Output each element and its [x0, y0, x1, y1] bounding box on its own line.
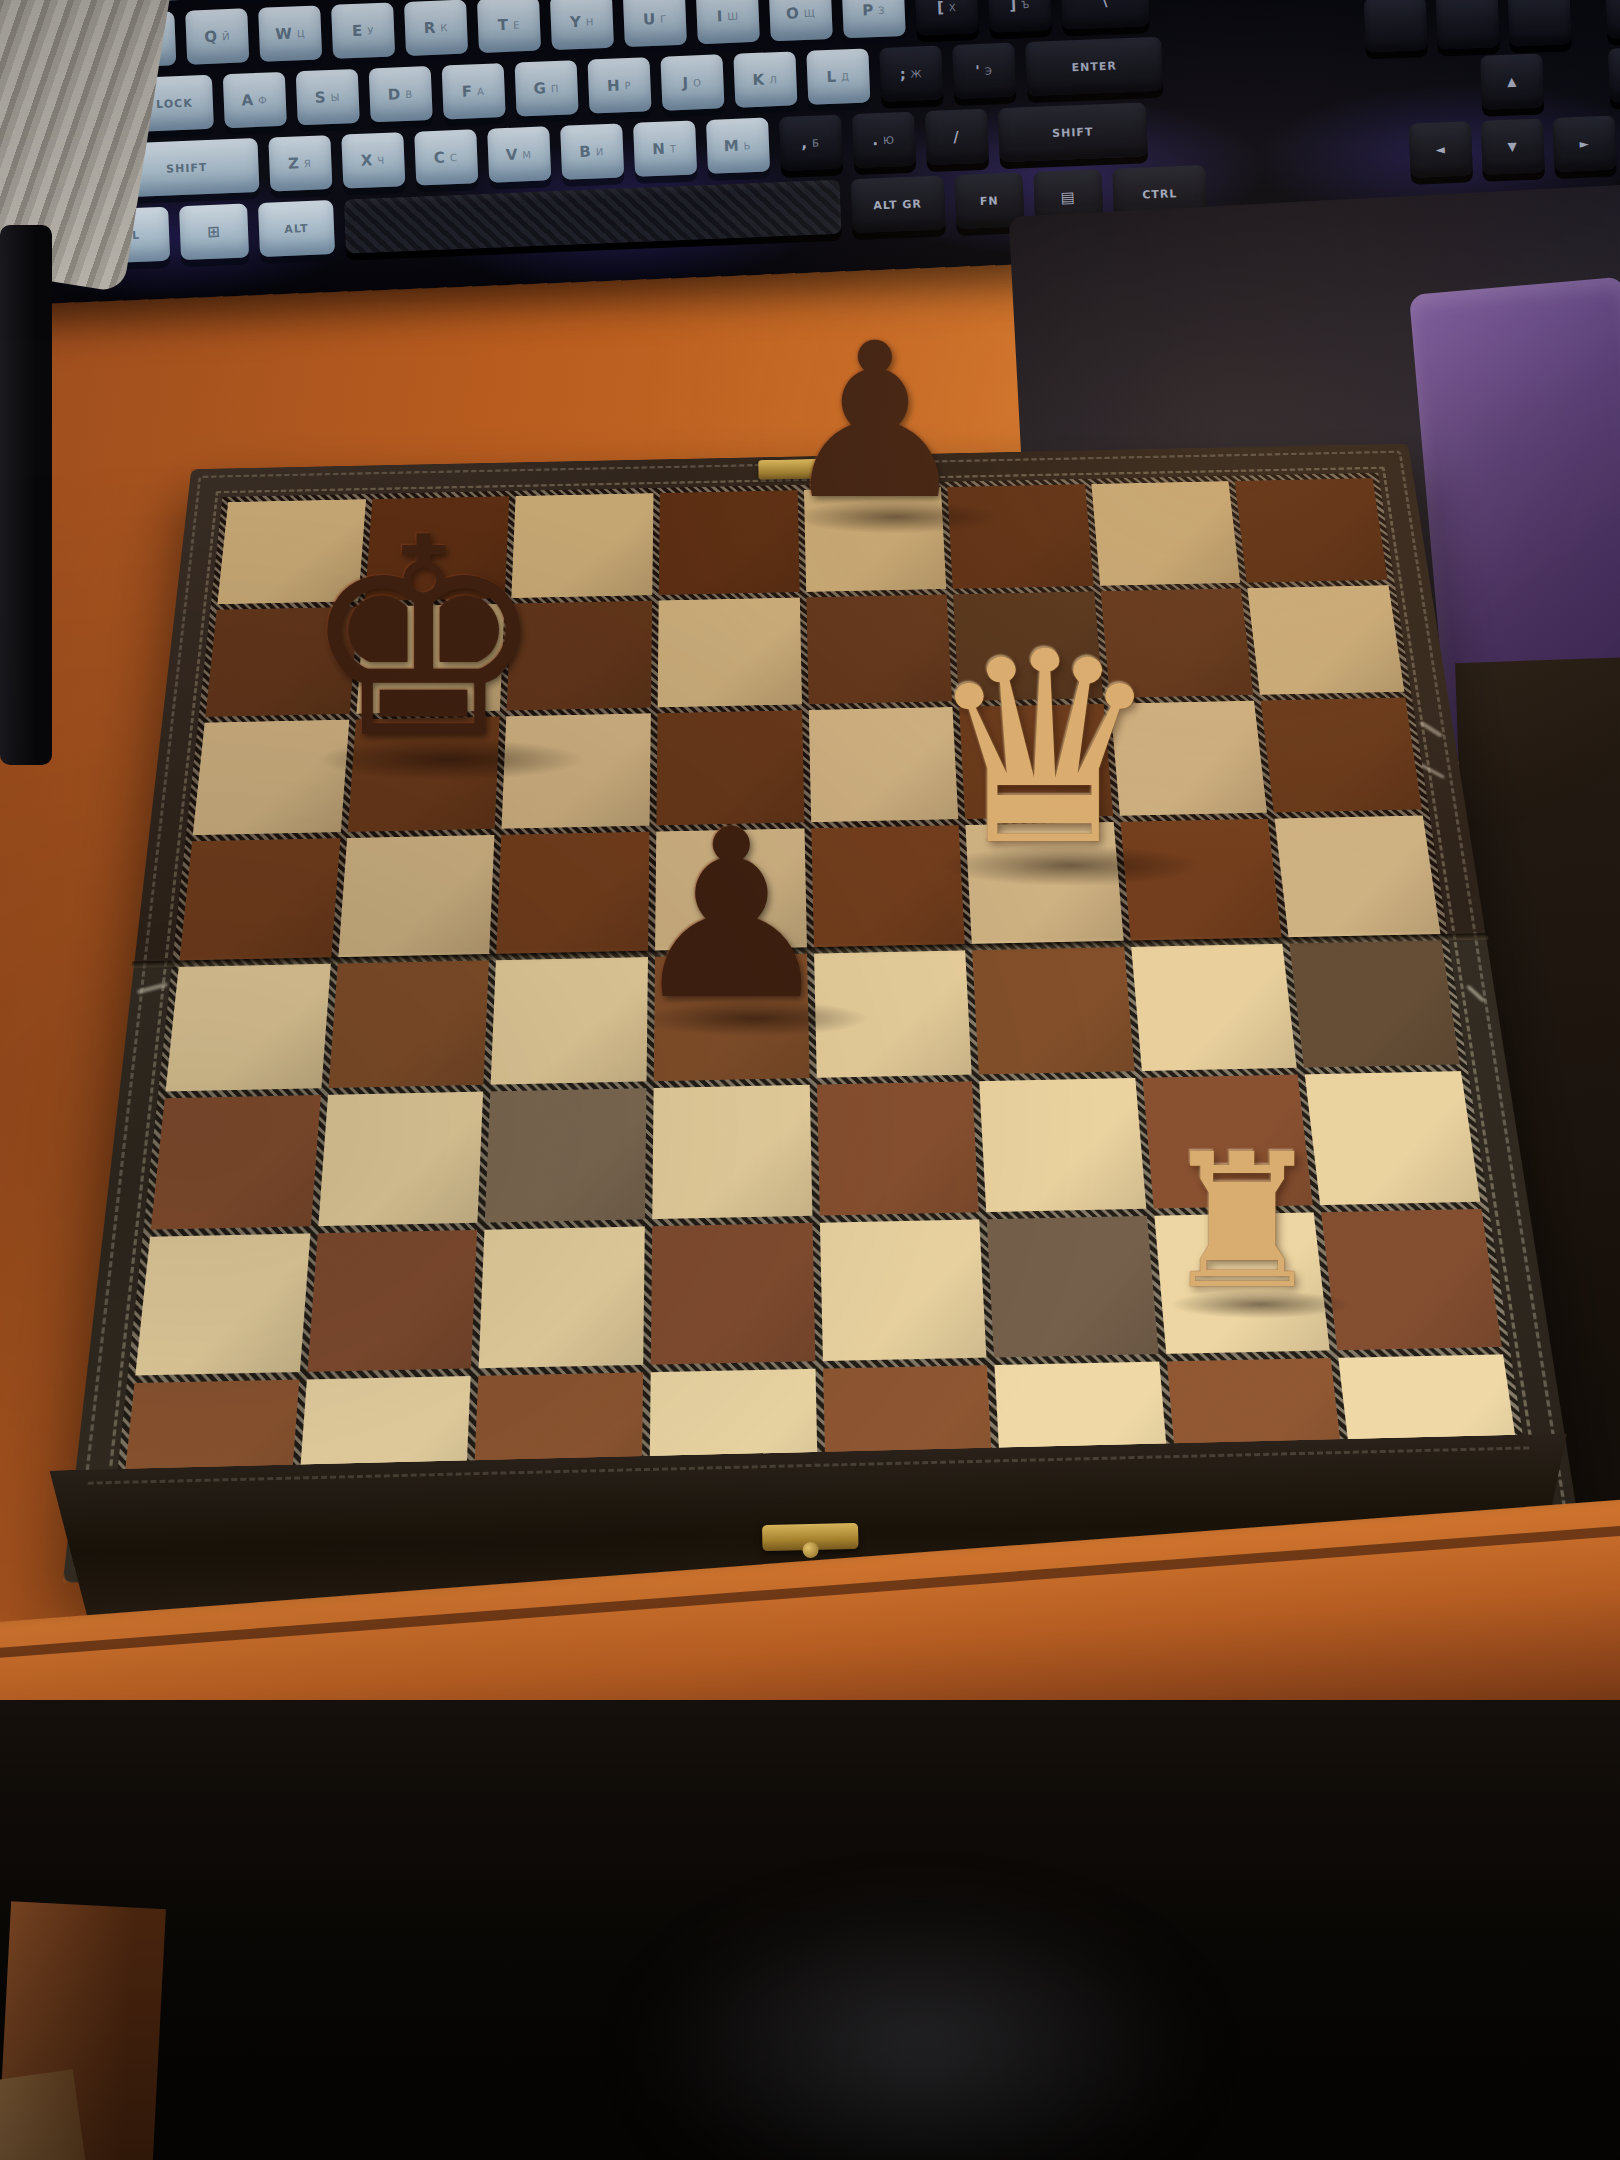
- key-label: R: [424, 19, 437, 37]
- white-queen[interactable]: ♛: [926, 624, 1164, 876]
- key-sublabel: Я: [304, 157, 312, 168]
- key-sublabel: Ш: [727, 10, 739, 21]
- keyboard-key--: /: [924, 109, 988, 165]
- key-label: \: [1102, 0, 1109, 10]
- key-label: ;: [899, 65, 907, 83]
- key-sublabel: Т: [670, 143, 678, 154]
- key-label: FN: [979, 194, 998, 208]
- keyboard-key-w: WЦ: [258, 5, 322, 61]
- key-label: [: [937, 0, 946, 17]
- key-sublabel: Ю: [883, 134, 895, 145]
- keyboard-key-m: MЬ: [706, 118, 770, 174]
- board-square-d2[interactable]: [651, 1223, 815, 1365]
- keyboard-key--: 'Э: [952, 43, 1016, 99]
- key-label: G: [533, 79, 547, 98]
- board-square-h3[interactable]: [1305, 1071, 1480, 1205]
- board-square-c4[interactable]: [491, 957, 648, 1085]
- key-label: B: [579, 143, 592, 161]
- key-sublabel: Е: [513, 19, 521, 30]
- board-square-b2[interactable]: [307, 1230, 477, 1372]
- key-label: H: [607, 76, 621, 95]
- keyboard-key-y: YН: [550, 0, 614, 50]
- key-sublabel: Д: [841, 71, 850, 82]
- chair-armrest: [0, 225, 52, 765]
- board-square-a3[interactable]: [151, 1095, 321, 1230]
- key-label: F: [462, 82, 474, 100]
- key-label: ALT: [284, 222, 309, 236]
- key-sublabel: С: [450, 151, 458, 162]
- key-label: Q: [204, 27, 218, 46]
- black-pawn-back-edge[interactable]: ♟: [779, 321, 971, 525]
- key-label: SHIFT: [1052, 125, 1094, 140]
- keyboard-key-z: ZЯ: [268, 135, 332, 191]
- keyboard-key-f: FА: [441, 63, 505, 119]
- key-sublabel: Ч: [377, 154, 385, 165]
- key-sublabel: А: [477, 85, 485, 96]
- keyboard-key: [1364, 0, 1428, 52]
- key-sublabel: Б: [812, 137, 820, 148]
- key-label: ,: [801, 134, 808, 152]
- keyboard-key-v: VМ: [487, 126, 551, 182]
- board-square-f2[interactable]: [987, 1216, 1159, 1358]
- keyboard-key-t: TЕ: [477, 0, 541, 53]
- key-label: W: [275, 24, 293, 43]
- key-label: C: [434, 148, 447, 166]
- board-square-b4[interactable]: [328, 960, 489, 1088]
- board-square-h4[interactable]: [1290, 940, 1460, 1067]
- brass-latch: [762, 1523, 859, 1551]
- board-square-a5[interactable]: [179, 838, 339, 960]
- keyboard-key-i: IШ: [696, 0, 760, 44]
- keyboard-key-k: KЛ: [733, 51, 797, 107]
- keyboard-key-l: LД: [806, 48, 870, 104]
- key-label: U: [643, 10, 657, 29]
- key-sublabel: П: [551, 82, 560, 93]
- board-square-d3[interactable]: [652, 1084, 812, 1218]
- white-rook[interactable]: ♜: [1159, 1136, 1325, 1312]
- key-sublabel: Г: [660, 13, 668, 24]
- arrow-row-1: ◄▼►: [1409, 116, 1617, 178]
- keyboard-key-4: 4: [1605, 0, 1620, 39]
- keyboard-key-n: NТ: [633, 120, 697, 176]
- key-sublabel: Х: [949, 1, 957, 12]
- black-pawn[interactable]: ♟: [627, 806, 836, 1028]
- keyboard-key: [1508, 0, 1572, 47]
- board-square-h2[interactable]: [1321, 1209, 1502, 1351]
- key-label: L: [826, 68, 837, 86]
- board-square-f4[interactable]: [972, 947, 1134, 1074]
- key-sublabel: Ь: [743, 140, 751, 151]
- key-label: T: [498, 16, 510, 34]
- key-sublabel: О: [693, 77, 702, 88]
- board-square-h6[interactable]: [1261, 698, 1422, 813]
- keyboard-key--: ;Ж: [879, 45, 943, 101]
- keyboard-key-o: OЩ: [769, 0, 833, 41]
- key-label: E: [352, 22, 364, 40]
- keyboard-arrow-keys: ▲◄▼►: [1406, 51, 1617, 189]
- keyboard-key-u: UГ: [623, 0, 687, 47]
- key-label: A: [241, 91, 254, 109]
- black-pawn-glyph: ♟: [779, 321, 971, 525]
- key-label: P: [862, 1, 875, 19]
- key-label: ⊞: [207, 223, 221, 242]
- keyboard-key-j: JО: [660, 54, 724, 110]
- key-sublabel: Ж: [910, 68, 922, 79]
- key-sublabel: И: [595, 146, 604, 157]
- key-sublabel: Р: [624, 79, 631, 90]
- key-sublabel: К: [440, 22, 449, 33]
- keyboard-key-p: PЗ: [842, 0, 906, 38]
- board-square-b5[interactable]: [338, 835, 495, 956]
- keyboard-key: [343, 180, 841, 254]
- board-square-f3[interactable]: [979, 1078, 1146, 1212]
- key-label: I: [717, 7, 724, 25]
- key-sublabel: Э: [985, 65, 993, 76]
- keyboard-key-a: AФ: [223, 72, 287, 128]
- key-sublabel: В: [405, 88, 413, 99]
- keyboard-key-s: SЫ: [295, 69, 359, 125]
- board-square-g8[interactable]: [1091, 481, 1240, 586]
- keyboard-key-q: QЙ: [185, 8, 249, 64]
- board-square-h8[interactable]: [1235, 478, 1388, 583]
- keyboard-key-shift: SHIFT: [997, 102, 1148, 162]
- key-label: .: [872, 131, 879, 149]
- board-square-e2[interactable]: [819, 1219, 986, 1361]
- key-label: M: [723, 137, 740, 156]
- board-square-c2[interactable]: [479, 1226, 645, 1368]
- keyboard-key-x: XЧ: [341, 132, 405, 188]
- keyboard-key--: ,Б: [779, 115, 843, 171]
- black-king[interactable]: ♚: [300, 509, 546, 770]
- keyboard-key-r: RК: [404, 0, 468, 56]
- key-label: J: [682, 74, 689, 92]
- key-label: /: [953, 128, 960, 146]
- keyboard-key-h: HР: [587, 57, 651, 113]
- key-label: V: [505, 146, 518, 164]
- keyboard-key-alt-gr: ALT GR: [850, 176, 945, 234]
- desk-leg-foot: [0, 2069, 87, 2160]
- key-label: D: [387, 85, 401, 104]
- board-square-g4[interactable]: [1131, 943, 1297, 1070]
- board-square-h5[interactable]: [1275, 816, 1440, 937]
- keyboard-key--: ⊞: [179, 203, 249, 260]
- keyboard-key-e: EУ: [331, 2, 395, 58]
- key-label: ▼: [1507, 139, 1518, 153]
- board-square-d7[interactable]: [657, 598, 801, 708]
- key-sublabel: Ц: [297, 27, 306, 38]
- key-label: ►: [1579, 137, 1590, 151]
- keyboard-key--: \: [1061, 0, 1150, 30]
- key-sublabel: М: [522, 148, 532, 159]
- key-label: ▲: [1507, 74, 1518, 88]
- keyboard-key--: ▲: [1480, 53, 1544, 109]
- board-square-c3[interactable]: [485, 1088, 646, 1223]
- key-label: X: [360, 151, 373, 169]
- board-square-a4[interactable]: [166, 963, 331, 1091]
- key-label: ]: [1009, 0, 1018, 14]
- keyboard-key-enter: ENTER: [1025, 37, 1163, 96]
- key-label: ▤: [1060, 188, 1076, 207]
- keyboard-key-g: GП: [514, 60, 578, 116]
- black-pawn-glyph: ♟: [627, 806, 836, 1028]
- key-sublabel: Ф: [258, 94, 268, 105]
- key-label: Z: [288, 154, 301, 172]
- photo-stage: TABQЙWЦEУRКTЕYНUГIШOЩPЗ[Х]Ъ\CAPS LOCKAФS…: [0, 0, 1620, 2160]
- keyboard-key: [1436, 0, 1500, 50]
- white-rook-glyph: ♜: [1159, 1136, 1325, 1312]
- keyboard-key-1: 1: [1608, 46, 1620, 102]
- key-label: CTRL: [1142, 187, 1178, 201]
- board-square-b3[interactable]: [318, 1091, 483, 1226]
- keyboard-key-alt: ALT: [258, 200, 334, 257]
- key-sublabel: Ы: [330, 91, 340, 102]
- keyboard-key-b: BИ: [560, 123, 624, 179]
- key-sublabel: Щ: [804, 7, 816, 18]
- key-label: S: [314, 88, 327, 106]
- keyboard-key-d: DВ: [368, 66, 432, 122]
- board-square-e3[interactable]: [816, 1081, 979, 1215]
- keyboard-key--: ▼: [1481, 118, 1545, 174]
- key-sublabel: Н: [586, 16, 595, 27]
- board-square-a2[interactable]: [135, 1233, 310, 1375]
- key-sublabel: Й: [222, 30, 231, 41]
- black-king-glyph: ♚: [300, 509, 546, 770]
- keyboard-key--: ]Ъ: [988, 0, 1052, 33]
- key-label: ENTER: [1071, 59, 1117, 74]
- keyboard-key--: .Ю: [851, 112, 915, 168]
- key-sublabel: Л: [769, 74, 778, 85]
- key-label: N: [652, 140, 666, 159]
- key-label: O: [786, 4, 800, 23]
- key-sublabel: У: [367, 25, 375, 36]
- keyboard-key--: [Х: [915, 0, 979, 35]
- key-label: ': [975, 62, 981, 80]
- nav-row-1: [1364, 0, 1572, 52]
- key-label: ◄: [1435, 142, 1446, 156]
- keyboard-key-c: CС: [414, 129, 478, 185]
- key-sublabel: Ъ: [1021, 0, 1031, 10]
- board-square-h7[interactable]: [1248, 585, 1405, 695]
- key-label: ALT GR: [873, 197, 922, 212]
- key-sublabel: З: [878, 4, 886, 15]
- keyboard-key--: ◄: [1409, 121, 1473, 177]
- key-label: Y: [570, 13, 583, 31]
- key-label: K: [752, 71, 765, 89]
- white-queen-glyph: ♛: [926, 624, 1164, 876]
- arrow-row-0: ▲: [1480, 51, 1614, 110]
- keyboard-key--: ►: [1553, 116, 1617, 172]
- key-label: SHIFT: [166, 161, 208, 176]
